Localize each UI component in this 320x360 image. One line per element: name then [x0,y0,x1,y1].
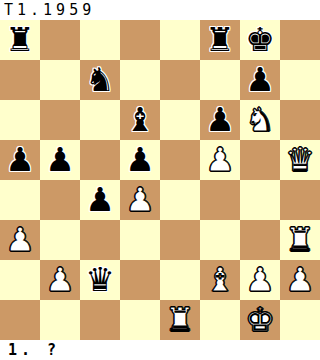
piece-black-knight: ♞ [80,60,120,100]
move-prompt: 1. ? [0,340,320,360]
piece-black-queen: ♛ [80,260,120,300]
square-h4[interactable] [280,180,320,220]
piece-white-pawn: ♟ [40,260,80,300]
square-d1[interactable] [120,300,160,340]
square-b3[interactable] [40,220,80,260]
square-a8[interactable]: ♜ [0,20,40,60]
piece-white-rook: ♜ [280,220,320,260]
piece-black-rook: ♜ [200,20,240,60]
square-d2[interactable] [120,260,160,300]
square-c4[interactable]: ♟ [80,180,120,220]
square-b5[interactable]: ♟ [40,140,80,180]
piece-black-pawn: ♟ [240,60,280,100]
piece-black-pawn: ♟ [80,180,120,220]
square-c6[interactable] [80,100,120,140]
square-c7[interactable]: ♞ [80,60,120,100]
piece-black-pawn: ♟ [120,140,160,180]
square-c5[interactable] [80,140,120,180]
square-h3[interactable]: ♜ [280,220,320,260]
piece-black-pawn: ♟ [40,140,80,180]
square-a5[interactable]: ♟ [0,140,40,180]
square-h2[interactable]: ♟ [280,260,320,300]
square-a1[interactable] [0,300,40,340]
piece-white-queen: ♛ [280,140,320,180]
square-d6[interactable]: ♝ [120,100,160,140]
chess-board: ♜♜♚♞♟♝♟♞♟♟♟♟♛♟♟♟♜♟♛♝♟♟♜♚ [0,20,320,340]
piece-white-bishop: ♝ [200,260,240,300]
square-e1[interactable]: ♜ [160,300,200,340]
square-d4[interactable]: ♟ [120,180,160,220]
square-f1[interactable] [200,300,240,340]
piece-white-pawn: ♟ [120,180,160,220]
square-e8[interactable] [160,20,200,60]
square-a6[interactable] [0,100,40,140]
square-f2[interactable]: ♝ [200,260,240,300]
square-g6[interactable]: ♞ [240,100,280,140]
square-b6[interactable] [40,100,80,140]
square-a7[interactable] [0,60,40,100]
square-c8[interactable] [80,20,120,60]
square-h6[interactable] [280,100,320,140]
square-d5[interactable]: ♟ [120,140,160,180]
square-b8[interactable] [40,20,80,60]
square-f8[interactable]: ♜ [200,20,240,60]
square-c3[interactable] [80,220,120,260]
square-a4[interactable] [0,180,40,220]
square-g1[interactable]: ♚ [240,300,280,340]
square-g4[interactable] [240,180,280,220]
square-f7[interactable] [200,60,240,100]
square-e2[interactable] [160,260,200,300]
piece-white-pawn: ♟ [0,220,40,260]
square-e4[interactable] [160,180,200,220]
square-h8[interactable] [280,20,320,60]
piece-white-pawn: ♟ [200,140,240,180]
square-c2[interactable]: ♛ [80,260,120,300]
square-g8[interactable]: ♚ [240,20,280,60]
square-c1[interactable] [80,300,120,340]
square-g5[interactable] [240,140,280,180]
puzzle-title: T1.1959 [0,0,320,20]
square-h7[interactable] [280,60,320,100]
piece-black-pawn: ♟ [200,100,240,140]
square-b4[interactable] [40,180,80,220]
piece-white-king: ♚ [240,300,280,340]
square-f4[interactable] [200,180,240,220]
piece-white-pawn: ♟ [280,260,320,300]
piece-white-pawn: ♟ [240,260,280,300]
square-g3[interactable] [240,220,280,260]
square-g7[interactable]: ♟ [240,60,280,100]
square-g2[interactable]: ♟ [240,260,280,300]
piece-white-rook: ♜ [160,300,200,340]
square-f3[interactable] [200,220,240,260]
square-b7[interactable] [40,60,80,100]
piece-black-bishop: ♝ [120,100,160,140]
square-d8[interactable] [120,20,160,60]
square-f5[interactable]: ♟ [200,140,240,180]
square-h1[interactable] [280,300,320,340]
square-a3[interactable]: ♟ [0,220,40,260]
square-a2[interactable] [0,260,40,300]
piece-white-knight: ♞ [240,100,280,140]
square-e3[interactable] [160,220,200,260]
square-d7[interactable] [120,60,160,100]
square-b2[interactable]: ♟ [40,260,80,300]
square-f6[interactable]: ♟ [200,100,240,140]
piece-black-pawn: ♟ [0,140,40,180]
piece-black-rook: ♜ [0,20,40,60]
square-e5[interactable] [160,140,200,180]
square-e7[interactable] [160,60,200,100]
square-e6[interactable] [160,100,200,140]
square-d3[interactable] [120,220,160,260]
square-b1[interactable] [40,300,80,340]
square-h5[interactable]: ♛ [280,140,320,180]
piece-black-king: ♚ [240,20,280,60]
